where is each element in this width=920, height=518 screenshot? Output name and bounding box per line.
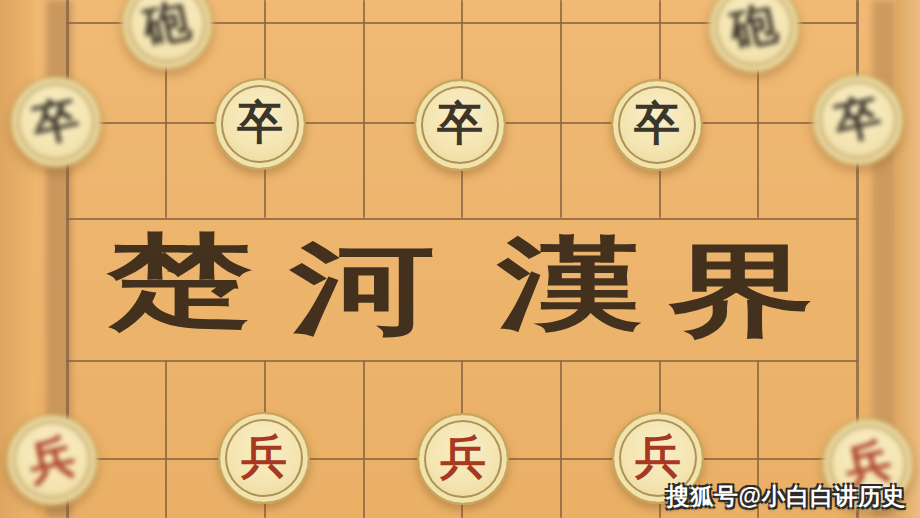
red-soldier-glyph: 兵 xyxy=(241,434,287,480)
black-cannon-glyph: 砲 xyxy=(140,0,195,51)
black-soldier[interactable]: 卒 xyxy=(214,78,306,170)
black-soldier-glyph: 卒 xyxy=(634,101,680,147)
black-soldier-glyph: 卒 xyxy=(437,101,483,147)
watermark-text: 搜狐号@小白白讲历史 xyxy=(667,481,906,512)
black-cannon[interactable]: 砲 xyxy=(121,0,213,70)
black-soldier[interactable]: 卒 xyxy=(10,76,102,168)
river-char-jie: 界 xyxy=(648,232,833,352)
red-soldier[interactable]: 兵 xyxy=(417,413,509,505)
river-char-he: 河 xyxy=(265,230,460,350)
grid-file-line-2-bottom xyxy=(165,360,167,518)
black-cannon-glyph: 砲 xyxy=(727,0,782,54)
black-cannon[interactable]: 砲 xyxy=(708,0,800,73)
grid-file-line-4-top xyxy=(363,0,365,218)
grid-file-line-6-top xyxy=(560,0,562,218)
xiangqi-board: 楚 河 漢 界 砲砲卒卒卒卒卒兵兵兵兵兵 搜狐号@小白白讲历史 xyxy=(0,0,920,518)
black-soldier[interactable]: 卒 xyxy=(414,79,506,171)
red-soldier-glyph: 兵 xyxy=(635,434,681,480)
red-soldier[interactable]: 兵 xyxy=(6,414,98,506)
black-soldier[interactable]: 卒 xyxy=(611,79,703,171)
river-char-chu: 楚 xyxy=(85,222,275,342)
black-soldier-glyph: 卒 xyxy=(831,93,886,148)
river-char-han: 漢 xyxy=(495,225,645,345)
black-soldier[interactable]: 卒 xyxy=(812,74,904,166)
red-soldier-glyph: 兵 xyxy=(440,435,486,481)
grid-file-line-6-bottom xyxy=(560,360,562,518)
grid-file-line-4-bottom xyxy=(363,360,365,518)
black-soldier-glyph: 卒 xyxy=(29,95,84,150)
red-soldier-glyph: 兵 xyxy=(25,433,80,488)
black-soldier-glyph: 卒 xyxy=(237,100,283,146)
red-soldier[interactable]: 兵 xyxy=(218,412,310,504)
